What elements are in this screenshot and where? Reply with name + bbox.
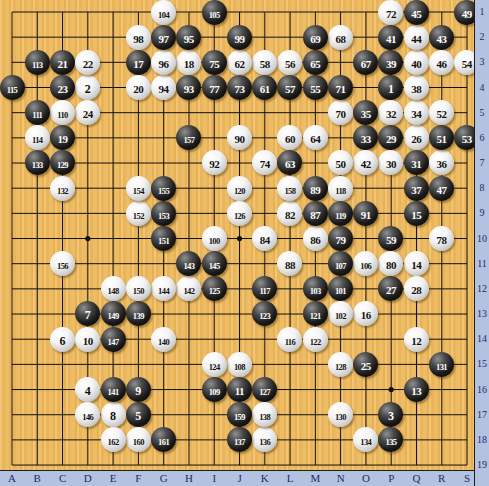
- stone-13: 13: [404, 377, 429, 402]
- stone-move-number: 2: [85, 82, 91, 96]
- stone-move-number: 89: [310, 184, 320, 196]
- stone-move-number: 120: [234, 186, 245, 196]
- col-label-F: F: [131, 472, 145, 484]
- stone-move-number: 123: [259, 311, 270, 321]
- stone-87: 87: [303, 201, 328, 226]
- stone-158: 158: [277, 176, 302, 201]
- stone-107: 107: [328, 251, 353, 276]
- stone-move-number: 94: [159, 83, 169, 95]
- stone-136: 136: [252, 427, 277, 452]
- row-label-4: 4: [475, 82, 489, 93]
- stone-move-number: 33: [361, 133, 371, 145]
- stone-69: 69: [303, 25, 328, 50]
- stone-move-number: 42: [361, 158, 371, 170]
- stone-143: 143: [176, 251, 201, 276]
- stone-move-number: 140: [158, 337, 169, 347]
- stone-move-number: 27: [386, 284, 396, 296]
- stone-move-number: 105: [209, 10, 220, 20]
- stone-move-number: 60: [285, 133, 295, 145]
- stone-move-number: 62: [234, 58, 244, 70]
- stone-156: 156: [50, 251, 75, 276]
- stone-move-number: 43: [437, 33, 447, 45]
- stone-move-number: 77: [209, 83, 219, 95]
- stone-move-number: 128: [335, 362, 346, 372]
- stone-move-number: 29: [386, 133, 396, 145]
- stone-89: 89: [303, 176, 328, 201]
- stone-52: 52: [429, 100, 454, 125]
- stone-2: 2: [75, 75, 100, 100]
- stone-move-number: 96: [159, 58, 169, 70]
- stone-14: 14: [404, 251, 429, 276]
- stone-move-number: 119: [335, 211, 345, 221]
- stone-133: 133: [25, 150, 50, 175]
- stone-move-number: 13: [411, 385, 421, 397]
- stone-move-number: 64: [310, 133, 320, 145]
- stone-move-number: 65: [310, 58, 320, 70]
- stone-move-number: 31: [411, 158, 421, 170]
- stone-move-number: 21: [58, 58, 68, 70]
- stone-16: 16: [353, 301, 378, 326]
- stone-32: 32: [378, 100, 403, 125]
- stone-126: 126: [227, 201, 252, 226]
- stone-move-number: 91: [361, 209, 371, 221]
- row-label-5: 5: [475, 107, 489, 118]
- stone-move-number: 131: [436, 362, 447, 372]
- stone-31: 31: [404, 150, 429, 175]
- stone-154: 154: [126, 176, 151, 201]
- stone-41: 41: [378, 25, 403, 50]
- stone-8: 8: [101, 402, 126, 427]
- stone-98: 98: [126, 25, 151, 50]
- stone-move-number: 19: [58, 133, 68, 145]
- stone-move-number: 124: [209, 362, 220, 372]
- stone-146: 146: [75, 402, 100, 427]
- stone-move-number: 69: [310, 33, 320, 45]
- stone-move-number: 162: [108, 437, 119, 447]
- stone-move-number: 149: [108, 311, 119, 321]
- row-label-15: 15: [475, 358, 489, 369]
- stone-move-number: 67: [361, 58, 371, 70]
- stone-move-number: 107: [335, 261, 346, 271]
- stone-move-number: 137: [234, 437, 245, 447]
- stone-move-number: 113: [32, 60, 42, 70]
- stone-move-number: 78: [437, 234, 447, 246]
- stone-64: 64: [303, 125, 328, 150]
- stone-move-number: 52: [437, 108, 447, 120]
- stone-move-number: 101: [335, 286, 346, 296]
- stone-162: 162: [101, 427, 126, 452]
- stone-28: 28: [404, 276, 429, 301]
- stone-move-number: 86: [310, 234, 320, 246]
- stone-39: 39: [378, 50, 403, 75]
- stone-141: 141: [101, 377, 126, 402]
- stone-move-number: 57: [285, 83, 295, 95]
- stone-72: 72: [378, 0, 403, 25]
- row-label-19: 19: [475, 459, 489, 470]
- stone-91: 91: [353, 201, 378, 226]
- stone-33: 33: [353, 125, 378, 150]
- stone-119: 119: [328, 201, 353, 226]
- stone-move-number: 49: [462, 8, 472, 20]
- column-letter-labels: ABCDEFGHIJKLMNOPQRS: [0, 470, 474, 486]
- stone-move-number: 127: [259, 387, 270, 397]
- stone-17: 17: [126, 50, 151, 75]
- stone-move-number: 98: [133, 33, 143, 45]
- row-label-6: 6: [475, 132, 489, 143]
- stone-11: 11: [227, 377, 252, 402]
- stone-move-number: 135: [386, 437, 397, 447]
- stone-117: 117: [252, 276, 277, 301]
- stone-144: 144: [151, 276, 176, 301]
- row-label-12: 12: [475, 283, 489, 294]
- stone-120: 120: [227, 176, 252, 201]
- stone-move-number: 3: [388, 409, 394, 423]
- col-label-Q: Q: [409, 472, 423, 484]
- stone-3: 3: [378, 402, 403, 427]
- col-label-A: A: [5, 472, 19, 484]
- stone-move-number: 11: [235, 385, 244, 397]
- stone-move-number: 103: [310, 286, 321, 296]
- stone-128: 128: [328, 352, 353, 377]
- stone-86: 86: [303, 226, 328, 251]
- stone-99: 99: [227, 25, 252, 50]
- stone-29: 29: [378, 125, 403, 150]
- stone-move-number: 156: [57, 261, 68, 271]
- stones-layer: 1234567891011121314151617181920212223242…: [0, 0, 479, 477]
- stone-139: 139: [126, 301, 151, 326]
- stone-118: 118: [328, 176, 353, 201]
- stone-4: 4: [75, 377, 100, 402]
- col-label-M: M: [308, 472, 322, 484]
- stone-109: 109: [202, 377, 227, 402]
- col-label-R: R: [435, 472, 449, 484]
- stone-23: 23: [50, 75, 75, 100]
- stone-move-number: 4: [85, 384, 91, 398]
- stone-move-number: 26: [411, 133, 421, 145]
- stone-move-number: 134: [360, 437, 371, 447]
- stone-12: 12: [404, 327, 429, 352]
- stone-move-number: 115: [7, 85, 17, 95]
- col-label-C: C: [56, 472, 70, 484]
- stone-move-number: 18: [184, 58, 194, 70]
- stone-move-number: 5: [135, 409, 141, 423]
- stone-9: 9: [126, 377, 151, 402]
- stone-19: 19: [50, 125, 75, 150]
- stone-67: 67: [353, 50, 378, 75]
- stone-move-number: 51: [437, 133, 447, 145]
- stone-123: 123: [252, 301, 277, 326]
- stone-move-number: 25: [361, 360, 371, 372]
- stone-move-number: 38: [411, 83, 421, 95]
- stone-130: 130: [328, 402, 353, 427]
- stone-move-number: 118: [335, 186, 345, 196]
- stone-44: 44: [404, 25, 429, 50]
- stone-move-number: 45: [411, 8, 421, 20]
- stone-move-number: 106: [360, 261, 371, 271]
- stone-147: 147: [101, 327, 126, 352]
- stone-move-number: 24: [83, 108, 93, 120]
- stone-105: 105: [202, 0, 227, 25]
- row-number-labels: 12345678910111213141516171819: [474, 0, 489, 486]
- stone-move-number: 153: [158, 211, 169, 221]
- stone-142: 142: [176, 276, 201, 301]
- stone-move-number: 141: [108, 387, 119, 397]
- row-label-18: 18: [475, 434, 489, 445]
- stone-135: 135: [378, 427, 403, 452]
- row-label-1: 1: [475, 6, 489, 17]
- stone-30: 30: [378, 150, 403, 175]
- stone-move-number: 111: [32, 110, 42, 120]
- stone-move-number: 109: [209, 387, 220, 397]
- stone-40: 40: [404, 50, 429, 75]
- stone-110: 110: [50, 100, 75, 125]
- stone-60: 60: [277, 125, 302, 150]
- stone-5: 5: [126, 402, 151, 427]
- stone-move-number: 154: [133, 186, 144, 196]
- col-label-S: S: [460, 472, 474, 484]
- stone-97: 97: [151, 25, 176, 50]
- row-label-10: 10: [475, 233, 489, 244]
- stone-move-number: 99: [234, 33, 244, 45]
- row-label-9: 9: [475, 207, 489, 218]
- stone-move-number: 36: [437, 158, 447, 170]
- stone-61: 61: [252, 75, 277, 100]
- row-label-11: 11: [475, 258, 489, 269]
- stone-move-number: 37: [411, 184, 421, 196]
- stone-move-number: 73: [234, 83, 244, 95]
- stone-37: 37: [404, 176, 429, 201]
- stone-move-number: 108: [234, 362, 245, 372]
- stone-move-number: 138: [259, 412, 270, 422]
- stone-move-number: 110: [57, 110, 67, 120]
- col-label-L: L: [283, 472, 297, 484]
- stone-move-number: 14: [411, 259, 421, 271]
- stone-move-number: 142: [183, 286, 194, 296]
- stone-move-number: 58: [260, 58, 270, 70]
- stone-move-number: 34: [411, 108, 421, 120]
- stone-move-number: 97: [159, 33, 169, 45]
- stone-move-number: 79: [335, 234, 345, 246]
- stone-106: 106: [353, 251, 378, 276]
- stone-15: 15: [404, 201, 429, 226]
- row-label-14: 14: [475, 333, 489, 344]
- stone-108: 108: [227, 352, 252, 377]
- stone-move-number: 41: [386, 33, 396, 45]
- stone-115: 115: [0, 75, 25, 100]
- stone-24: 24: [75, 100, 100, 125]
- stone-move-number: 136: [259, 437, 270, 447]
- stone-move-number: 150: [133, 286, 144, 296]
- stone-move-number: 148: [108, 286, 119, 296]
- col-label-G: G: [157, 472, 171, 484]
- stone-move-number: 6: [60, 334, 66, 348]
- stone-50: 50: [328, 150, 353, 175]
- stone-74: 74: [252, 150, 277, 175]
- stone-43: 43: [429, 25, 454, 50]
- stone-move-number: 158: [284, 186, 295, 196]
- stone-134: 134: [353, 427, 378, 452]
- stone-114: 114: [25, 125, 50, 150]
- stone-move-number: 68: [335, 33, 345, 45]
- col-label-I: I: [207, 472, 221, 484]
- stone-move-number: 100: [209, 236, 220, 246]
- stone-65: 65: [303, 50, 328, 75]
- stone-129: 129: [50, 150, 75, 175]
- stone-move-number: 82: [285, 209, 295, 221]
- stone-79: 79: [328, 226, 353, 251]
- stone-132: 132: [50, 176, 75, 201]
- stone-move-number: 93: [184, 83, 194, 95]
- stone-18: 18: [176, 50, 201, 75]
- stone-94: 94: [151, 75, 176, 100]
- stone-63: 63: [277, 150, 302, 175]
- stone-move-number: 15: [411, 209, 421, 221]
- stone-103: 103: [303, 276, 328, 301]
- stone-move-number: 54: [462, 58, 472, 70]
- stone-move-number: 146: [82, 412, 93, 422]
- stone-1: 1: [378, 75, 403, 100]
- stone-93: 93: [176, 75, 201, 100]
- stone-101: 101: [328, 276, 353, 301]
- stone-move-number: 75: [209, 58, 219, 70]
- col-label-J: J: [233, 472, 247, 484]
- stone-121: 121: [303, 301, 328, 326]
- stone-35: 35: [353, 100, 378, 125]
- stone-138: 138: [252, 402, 277, 427]
- stone-59: 59: [378, 226, 403, 251]
- stone-move-number: 143: [183, 261, 194, 271]
- stone-move-number: 132: [57, 186, 68, 196]
- stone-move-number: 116: [285, 337, 295, 347]
- stone-move-number: 102: [335, 311, 346, 321]
- stone-124: 124: [202, 352, 227, 377]
- stone-57: 57: [277, 75, 302, 100]
- stone-92: 92: [202, 150, 227, 175]
- stone-131: 131: [429, 352, 454, 377]
- stone-77: 77: [202, 75, 227, 100]
- stone-25: 25: [353, 352, 378, 377]
- stone-move-number: 130: [335, 412, 346, 422]
- stone-68: 68: [328, 25, 353, 50]
- stone-move-number: 133: [32, 160, 43, 170]
- stone-21: 21: [50, 50, 75, 75]
- stone-move-number: 121: [310, 311, 321, 321]
- stone-move-number: 63: [285, 158, 295, 170]
- col-label-H: H: [182, 472, 196, 484]
- stone-move-number: 7: [85, 308, 91, 322]
- stone-111: 111: [25, 100, 50, 125]
- stone-122: 122: [303, 327, 328, 352]
- go-board: 1234567891011121314151617181920212223242…: [0, 0, 474, 470]
- stone-move-number: 30: [386, 158, 396, 170]
- stone-82: 82: [277, 201, 302, 226]
- stone-move-number: 114: [32, 135, 42, 145]
- stone-38: 38: [404, 75, 429, 100]
- stone-move-number: 32: [386, 108, 396, 120]
- stone-move-number: 147: [108, 337, 119, 347]
- row-label-8: 8: [475, 182, 489, 193]
- stone-34: 34: [404, 100, 429, 125]
- row-label-16: 16: [475, 384, 489, 395]
- col-label-B: B: [30, 472, 44, 484]
- stone-100: 100: [202, 226, 227, 251]
- stone-42: 42: [353, 150, 378, 175]
- stone-56: 56: [277, 50, 302, 75]
- stone-move-number: 56: [285, 58, 295, 70]
- stone-6: 6: [50, 327, 75, 352]
- stone-96: 96: [151, 50, 176, 75]
- stone-27: 27: [378, 276, 403, 301]
- stone-161: 161: [151, 427, 176, 452]
- stone-move-number: 20: [133, 83, 143, 95]
- stone-move-number: 28: [411, 284, 421, 296]
- stone-160: 160: [126, 427, 151, 452]
- stone-move-number: 59: [386, 234, 396, 246]
- stone-58: 58: [252, 50, 277, 75]
- stone-move-number: 87: [310, 209, 320, 221]
- stone-70: 70: [328, 100, 353, 125]
- stone-125: 125: [202, 276, 227, 301]
- col-label-K: K: [258, 472, 272, 484]
- stone-78: 78: [429, 226, 454, 251]
- stone-move-number: 90: [234, 133, 244, 145]
- col-label-N: N: [334, 472, 348, 484]
- stone-move-number: 144: [158, 286, 169, 296]
- stone-move-number: 35: [361, 108, 371, 120]
- stone-move-number: 10: [83, 335, 93, 347]
- stone-move-number: 157: [183, 135, 194, 145]
- row-label-7: 7: [475, 157, 489, 168]
- stone-move-number: 126: [234, 211, 245, 221]
- stone-move-number: 16: [361, 309, 371, 321]
- stone-move-number: 139: [133, 311, 144, 321]
- stone-55: 55: [303, 75, 328, 100]
- stone-move-number: 129: [57, 160, 68, 170]
- stone-71: 71: [328, 75, 353, 100]
- stone-move-number: 122: [310, 337, 321, 347]
- stone-145: 145: [202, 251, 227, 276]
- stone-move-number: 88: [285, 259, 295, 271]
- stone-149: 149: [101, 301, 126, 326]
- stone-move-number: 44: [411, 33, 421, 45]
- stone-116: 116: [277, 327, 302, 352]
- stone-move-number: 1: [388, 82, 394, 96]
- stone-159: 159: [227, 402, 252, 427]
- stone-26: 26: [404, 125, 429, 150]
- stone-move-number: 17: [133, 58, 143, 70]
- stone-75: 75: [202, 50, 227, 75]
- stone-move-number: 159: [234, 412, 245, 422]
- stone-113: 113: [25, 50, 50, 75]
- stone-51: 51: [429, 125, 454, 150]
- stone-move-number: 155: [158, 186, 169, 196]
- row-label-3: 3: [475, 56, 489, 67]
- stone-104: 104: [151, 0, 176, 25]
- stone-move-number: 72: [386, 8, 396, 20]
- stone-20: 20: [126, 75, 151, 100]
- stone-move-number: 53: [462, 133, 472, 145]
- stone-move-number: 95: [184, 33, 194, 45]
- stone-move-number: 61: [260, 83, 270, 95]
- stone-151: 151: [151, 226, 176, 251]
- col-label-O: O: [359, 472, 373, 484]
- stone-move-number: 84: [260, 234, 270, 246]
- stone-153: 153: [151, 201, 176, 226]
- stone-move-number: 55: [310, 83, 320, 95]
- stone-move-number: 92: [209, 158, 219, 170]
- stone-73: 73: [227, 75, 252, 100]
- stone-45: 45: [404, 0, 429, 25]
